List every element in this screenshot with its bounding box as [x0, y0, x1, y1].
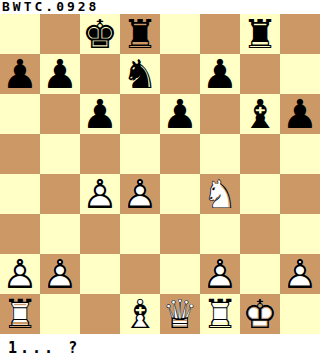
white-pawn: ♟♙	[80, 174, 120, 214]
square-g5[interactable]	[240, 134, 280, 174]
square-d4[interactable]: ♟♙	[120, 174, 160, 214]
square-h4[interactable]	[280, 174, 320, 214]
square-h6[interactable]: ♟	[280, 94, 320, 134]
square-d6[interactable]	[120, 94, 160, 134]
square-a1[interactable]: ♜♖	[0, 294, 40, 334]
chess-board: ♚♜♜♟♟♞♟♟♟♝♟♟♙♟♙♞♘♟♙♟♙♟♙♟♙♜♖♝♗♛♕♜♖♚♔	[0, 14, 320, 334]
square-b6[interactable]	[40, 94, 80, 134]
square-a8[interactable]	[0, 14, 40, 54]
square-d7[interactable]: ♞	[120, 54, 160, 94]
white-queen: ♛♕	[160, 294, 200, 334]
square-e8[interactable]	[160, 14, 200, 54]
square-c4[interactable]: ♟♙	[80, 174, 120, 214]
black-pawn: ♟	[200, 54, 240, 94]
square-b7[interactable]: ♟	[40, 54, 80, 94]
white-pawn: ♟♙	[200, 254, 240, 294]
white-rook: ♜♖	[200, 294, 240, 334]
square-h5[interactable]	[280, 134, 320, 174]
square-b2[interactable]: ♟♙	[40, 254, 80, 294]
square-e1[interactable]: ♛♕	[160, 294, 200, 334]
square-e4[interactable]	[160, 174, 200, 214]
square-e7[interactable]	[160, 54, 200, 94]
square-a7[interactable]: ♟	[0, 54, 40, 94]
square-f5[interactable]	[200, 134, 240, 174]
square-d8[interactable]: ♜	[120, 14, 160, 54]
square-a2[interactable]: ♟♙	[0, 254, 40, 294]
black-bishop: ♝	[240, 94, 280, 134]
square-d2[interactable]	[120, 254, 160, 294]
square-g2[interactable]	[240, 254, 280, 294]
black-king: ♚	[80, 14, 120, 54]
white-pawn: ♟♙	[40, 254, 80, 294]
square-g1[interactable]: ♚♔	[240, 294, 280, 334]
chess-app-window: BWTC.0928 ♚♜♜♟♟♞♟♟♟♝♟♟♙♟♙♞♘♟♙♟♙♟♙♟♙♜♖♝♗♛…	[0, 0, 320, 360]
white-pawn: ♟♙	[120, 174, 160, 214]
black-knight: ♞	[120, 54, 160, 94]
white-knight: ♞♘	[200, 174, 240, 214]
white-king: ♚♔	[240, 294, 280, 334]
square-b1[interactable]	[40, 294, 80, 334]
black-pawn: ♟	[160, 94, 200, 134]
square-c8[interactable]: ♚	[80, 14, 120, 54]
square-d1[interactable]: ♝♗	[120, 294, 160, 334]
square-h1[interactable]	[280, 294, 320, 334]
square-c3[interactable]	[80, 214, 120, 254]
black-rook: ♜	[240, 14, 280, 54]
move-prompt: 1... ?	[0, 334, 320, 360]
square-f3[interactable]	[200, 214, 240, 254]
white-pawn: ♟♙	[0, 254, 40, 294]
white-pawn: ♟♙	[280, 254, 320, 294]
square-b4[interactable]	[40, 174, 80, 214]
square-b3[interactable]	[40, 214, 80, 254]
square-e6[interactable]: ♟	[160, 94, 200, 134]
square-a4[interactable]	[0, 174, 40, 214]
square-d5[interactable]	[120, 134, 160, 174]
square-c1[interactable]	[80, 294, 120, 334]
square-c2[interactable]	[80, 254, 120, 294]
square-g3[interactable]	[240, 214, 280, 254]
square-h3[interactable]	[280, 214, 320, 254]
square-f4[interactable]: ♞♘	[200, 174, 240, 214]
square-g6[interactable]: ♝	[240, 94, 280, 134]
white-rook: ♜♖	[0, 294, 40, 334]
square-h7[interactable]	[280, 54, 320, 94]
square-a5[interactable]	[0, 134, 40, 174]
square-h8[interactable]	[280, 14, 320, 54]
square-c5[interactable]	[80, 134, 120, 174]
square-e5[interactable]	[160, 134, 200, 174]
black-pawn: ♟	[40, 54, 80, 94]
square-d3[interactable]	[120, 214, 160, 254]
square-c6[interactable]: ♟	[80, 94, 120, 134]
square-a6[interactable]	[0, 94, 40, 134]
square-g4[interactable]	[240, 174, 280, 214]
square-b8[interactable]	[40, 14, 80, 54]
square-b5[interactable]	[40, 134, 80, 174]
black-pawn: ♟	[280, 94, 320, 134]
black-rook: ♜	[120, 14, 160, 54]
black-pawn: ♟	[0, 54, 40, 94]
square-f1[interactable]: ♜♖	[200, 294, 240, 334]
square-f2[interactable]: ♟♙	[200, 254, 240, 294]
black-pawn: ♟	[80, 94, 120, 134]
square-c7[interactable]	[80, 54, 120, 94]
square-g8[interactable]: ♜	[240, 14, 280, 54]
square-g7[interactable]	[240, 54, 280, 94]
white-bishop: ♝♗	[120, 294, 160, 334]
square-e3[interactable]	[160, 214, 200, 254]
square-f8[interactable]	[200, 14, 240, 54]
square-e2[interactable]	[160, 254, 200, 294]
square-f7[interactable]: ♟	[200, 54, 240, 94]
square-h2[interactable]: ♟♙	[280, 254, 320, 294]
square-a3[interactable]	[0, 214, 40, 254]
square-f6[interactable]	[200, 94, 240, 134]
